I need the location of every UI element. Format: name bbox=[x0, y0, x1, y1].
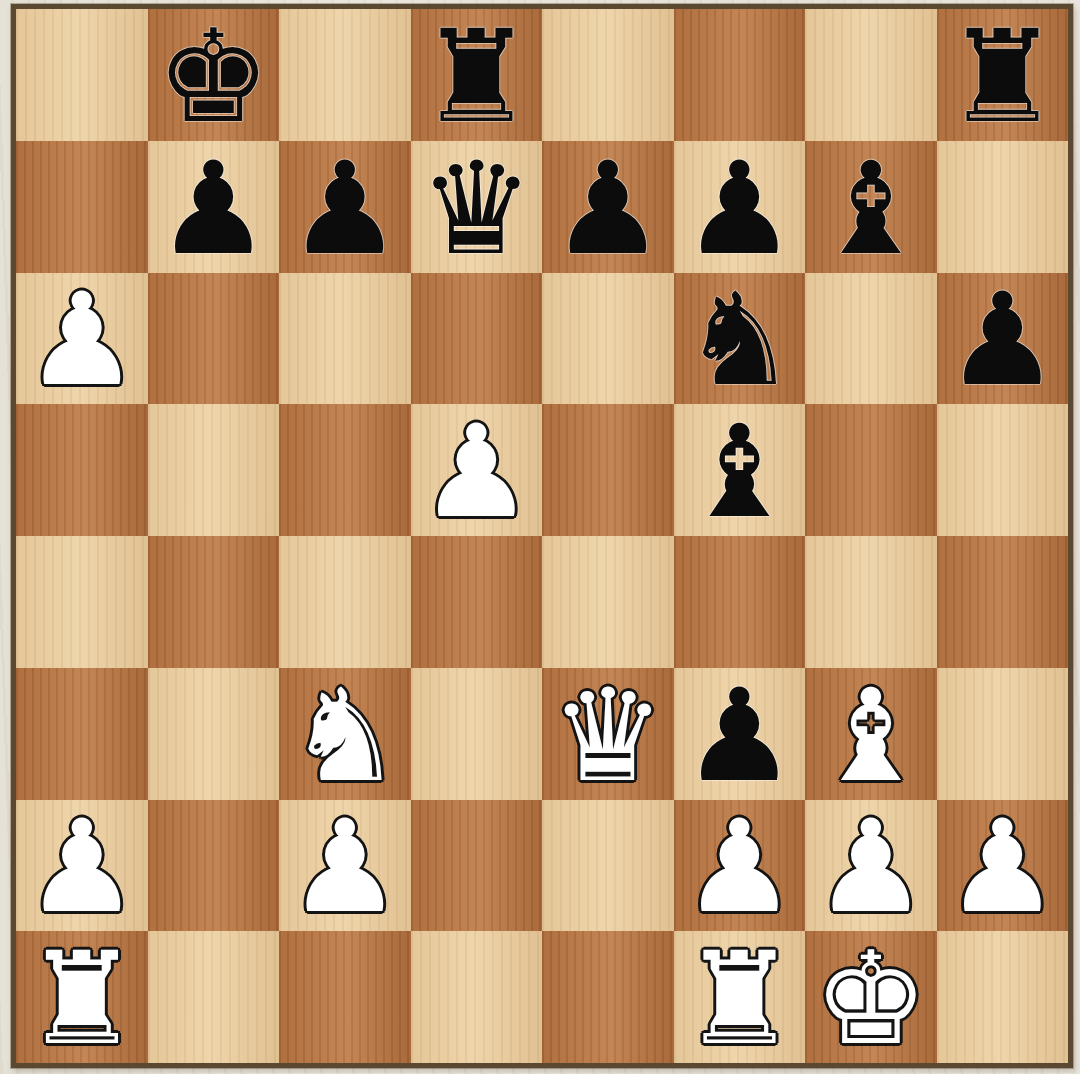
square-b8[interactable]: ♚ bbox=[148, 9, 280, 141]
square-b3[interactable] bbox=[148, 668, 280, 800]
square-d2[interactable] bbox=[411, 800, 543, 932]
square-b4[interactable] bbox=[148, 536, 280, 668]
white-bishop[interactable]: ♝ bbox=[813, 672, 928, 800]
square-b7[interactable]: ♟ bbox=[148, 141, 280, 273]
square-d8[interactable]: ♜ bbox=[411, 9, 543, 141]
black-king[interactable]: ♚ bbox=[156, 13, 271, 141]
square-g3[interactable]: ♝ bbox=[805, 668, 937, 800]
square-c8[interactable] bbox=[279, 9, 411, 141]
square-c4[interactable] bbox=[279, 536, 411, 668]
white-pawn[interactable]: ♟ bbox=[24, 803, 139, 931]
square-f5[interactable]: ♝ bbox=[674, 404, 806, 536]
square-a2[interactable]: ♟ bbox=[16, 800, 148, 932]
square-c1[interactable] bbox=[279, 931, 411, 1063]
square-a1[interactable]: ♜ bbox=[16, 931, 148, 1063]
square-d1[interactable] bbox=[411, 931, 543, 1063]
square-g7[interactable]: ♝ bbox=[805, 141, 937, 273]
white-pawn[interactable]: ♟ bbox=[419, 408, 534, 536]
black-knight[interactable]: ♞ bbox=[682, 276, 797, 404]
square-g4[interactable] bbox=[805, 536, 937, 668]
square-h1[interactable] bbox=[937, 931, 1069, 1063]
square-f7[interactable]: ♟ bbox=[674, 141, 806, 273]
white-king[interactable]: ♚ bbox=[813, 935, 928, 1063]
white-pawn[interactable]: ♟ bbox=[24, 276, 139, 404]
white-rook[interactable]: ♜ bbox=[24, 935, 139, 1063]
square-h8[interactable]: ♜ bbox=[937, 9, 1069, 141]
square-f4[interactable] bbox=[674, 536, 806, 668]
square-d6[interactable] bbox=[411, 273, 543, 405]
black-bishop[interactable]: ♝ bbox=[682, 408, 797, 536]
white-pawn[interactable]: ♟ bbox=[682, 803, 797, 931]
black-bishop[interactable]: ♝ bbox=[813, 145, 928, 273]
square-e8[interactable] bbox=[542, 9, 674, 141]
square-f1[interactable]: ♜ bbox=[674, 931, 806, 1063]
square-b5[interactable] bbox=[148, 404, 280, 536]
black-pawn[interactable]: ♟ bbox=[550, 145, 665, 273]
square-b2[interactable] bbox=[148, 800, 280, 932]
square-d4[interactable] bbox=[411, 536, 543, 668]
white-knight[interactable]: ♞ bbox=[287, 672, 402, 800]
black-pawn[interactable]: ♟ bbox=[682, 672, 797, 800]
black-pawn[interactable]: ♟ bbox=[287, 145, 402, 273]
square-h4[interactable] bbox=[937, 536, 1069, 668]
square-a5[interactable] bbox=[16, 404, 148, 536]
square-a3[interactable] bbox=[16, 668, 148, 800]
square-h5[interactable] bbox=[937, 404, 1069, 536]
square-h3[interactable] bbox=[937, 668, 1069, 800]
black-rook[interactable]: ♜ bbox=[945, 13, 1060, 141]
square-e5[interactable] bbox=[542, 404, 674, 536]
square-e3[interactable]: ♛ bbox=[542, 668, 674, 800]
square-f8[interactable] bbox=[674, 9, 806, 141]
white-pawn[interactable]: ♟ bbox=[287, 803, 402, 931]
square-a6[interactable]: ♟ bbox=[16, 273, 148, 405]
square-h7[interactable] bbox=[937, 141, 1069, 273]
square-f6[interactable]: ♞ bbox=[674, 273, 806, 405]
square-h6[interactable]: ♟ bbox=[937, 273, 1069, 405]
square-g8[interactable] bbox=[805, 9, 937, 141]
square-g1[interactable]: ♚ bbox=[805, 931, 937, 1063]
black-pawn[interactable]: ♟ bbox=[682, 145, 797, 273]
square-b1[interactable] bbox=[148, 931, 280, 1063]
square-f2[interactable]: ♟ bbox=[674, 800, 806, 932]
white-queen[interactable]: ♛ bbox=[550, 672, 665, 800]
square-c2[interactable]: ♟ bbox=[279, 800, 411, 932]
black-rook[interactable]: ♜ bbox=[419, 13, 534, 141]
white-pawn[interactable]: ♟ bbox=[945, 803, 1060, 931]
square-a8[interactable] bbox=[16, 9, 148, 141]
square-c6[interactable] bbox=[279, 273, 411, 405]
black-queen[interactable]: ♛ bbox=[419, 145, 534, 273]
square-a7[interactable] bbox=[16, 141, 148, 273]
square-c3[interactable]: ♞ bbox=[279, 668, 411, 800]
square-d7[interactable]: ♛ bbox=[411, 141, 543, 273]
square-c5[interactable] bbox=[279, 404, 411, 536]
square-g5[interactable] bbox=[805, 404, 937, 536]
white-pawn[interactable]: ♟ bbox=[813, 803, 928, 931]
square-h2[interactable]: ♟ bbox=[937, 800, 1069, 932]
white-rook[interactable]: ♜ bbox=[682, 935, 797, 1063]
square-f3[interactable]: ♟ bbox=[674, 668, 806, 800]
chess-board: ♚♜♜♟♟♛♟♟♝♟♞♟♟♝♞♛♟♝♟♟♟♟♟♜♜♚ bbox=[11, 4, 1073, 1068]
square-a4[interactable] bbox=[16, 536, 148, 668]
black-pawn[interactable]: ♟ bbox=[945, 276, 1060, 404]
square-d5[interactable]: ♟ bbox=[411, 404, 543, 536]
square-e6[interactable] bbox=[542, 273, 674, 405]
square-e2[interactable] bbox=[542, 800, 674, 932]
square-d3[interactable] bbox=[411, 668, 543, 800]
black-pawn[interactable]: ♟ bbox=[156, 145, 271, 273]
square-e1[interactable] bbox=[542, 931, 674, 1063]
square-e4[interactable] bbox=[542, 536, 674, 668]
square-c7[interactable]: ♟ bbox=[279, 141, 411, 273]
square-e7[interactable]: ♟ bbox=[542, 141, 674, 273]
square-b6[interactable] bbox=[148, 273, 280, 405]
square-g6[interactable] bbox=[805, 273, 937, 405]
square-g2[interactable]: ♟ bbox=[805, 800, 937, 932]
